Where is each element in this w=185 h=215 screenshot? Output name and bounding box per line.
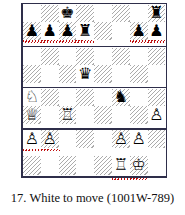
square-h6 <box>148 48 166 66</box>
square-g6 <box>130 48 148 66</box>
piece-white-knight: ♘ <box>25 89 39 105</box>
square-c3: ♖ <box>59 106 77 124</box>
square-d4 <box>76 89 94 107</box>
rank-7: ♟♟♟♜♟♟ <box>23 22 165 40</box>
square-b6 <box>41 48 59 66</box>
square-b2: ♙ <box>41 130 59 148</box>
rank-4: ♘♞ <box>23 89 165 107</box>
square-b4 <box>41 89 59 107</box>
square-c5 <box>59 65 77 83</box>
piece-black-rook: ♜ <box>78 23 92 39</box>
square-d5: ♛ <box>76 65 94 83</box>
piece-white-rook: ♖ <box>60 107 74 123</box>
rank-1: ♖♔ <box>23 156 165 175</box>
piece-black-pawn: ♟ <box>149 23 163 39</box>
square-h4 <box>148 89 166 107</box>
square-g7: ♟ <box>130 22 148 40</box>
square-h7: ♟ <box>148 22 166 40</box>
rank-5: ♛ <box>23 65 165 83</box>
square-d1 <box>76 156 94 175</box>
square-d6 <box>76 48 94 66</box>
square-g2: ♙ <box>130 130 148 148</box>
square-e6 <box>94 48 112 66</box>
piece-white-rook: ♖ <box>114 157 128 173</box>
square-b1 <box>41 156 59 175</box>
board-border-vertical <box>166 3 167 178</box>
square-b7: ♟ <box>41 22 59 40</box>
square-h2 <box>148 130 166 148</box>
piece-black-knight: ♞ <box>114 89 128 105</box>
square-g4 <box>130 89 148 107</box>
square-e3 <box>94 106 112 124</box>
piece-black-pawn: ♟ <box>43 23 57 39</box>
square-c7: ♟ <box>59 22 77 40</box>
square-a4: ♘ <box>23 89 41 107</box>
square-c2 <box>59 130 77 148</box>
piece-black-queen: ♛ <box>78 66 92 82</box>
piece-white-king: ♔ <box>132 157 146 173</box>
square-d2 <box>76 130 94 148</box>
piece-white-pawn: ♙ <box>132 131 146 147</box>
square-a3: ♕ <box>23 106 41 124</box>
square-g5 <box>130 65 148 83</box>
square-e7 <box>94 22 112 40</box>
square-a2: ♙ <box>23 130 41 148</box>
chess-board: ♚♜♟♟♟♜♟♟♛♘♞♕♖♙♙♙♙♙♖♔ <box>0 0 185 190</box>
square-e5 <box>94 65 112 83</box>
piece-white-pawn: ♙ <box>114 131 128 147</box>
rank-2: ♙♙♙♙ <box>23 130 165 148</box>
spellcheck-squiggle <box>23 40 94 43</box>
square-f1: ♖ <box>112 156 130 175</box>
spellcheck-squiggle <box>130 40 166 43</box>
piece-black-pawn: ♟ <box>60 23 74 39</box>
square-c8: ♚ <box>59 5 77 23</box>
square-d3 <box>76 106 94 124</box>
piece-black-king: ♚ <box>60 5 74 21</box>
diagram-caption: 17. White to move (1001W-789) <box>0 191 185 206</box>
rank-8: ♚♜ <box>23 5 165 23</box>
square-f3 <box>112 106 130 124</box>
chess-diagram-page: ♚♜♟♟♟♜♟♟♛♘♞♕♖♙♙♙♙♙♖♔ 17. White to move (… <box>0 0 185 215</box>
square-f5 <box>112 65 130 83</box>
piece-white-pawn: ♙ <box>43 131 57 147</box>
square-e8 <box>94 5 112 23</box>
square-f2: ♙ <box>112 130 130 148</box>
square-h8: ♜ <box>148 5 166 23</box>
square-a6 <box>23 48 41 66</box>
square-f4: ♞ <box>112 89 130 107</box>
spellcheck-squiggle <box>112 178 148 181</box>
square-h3: ♙ <box>148 106 166 124</box>
piece-white-queen: ♕ <box>25 107 39 123</box>
square-a5 <box>23 65 41 83</box>
square-g8 <box>130 5 148 23</box>
square-h5 <box>148 65 166 83</box>
square-c6 <box>59 48 77 66</box>
rank-6 <box>23 48 165 66</box>
square-d7: ♜ <box>76 22 94 40</box>
square-a1 <box>23 156 41 175</box>
piece-black-pawn: ♟ <box>132 23 146 39</box>
square-e4 <box>94 89 112 107</box>
square-h1 <box>148 156 166 175</box>
square-c4 <box>59 89 77 107</box>
square-a8 <box>23 5 41 23</box>
square-c1 <box>59 156 77 175</box>
spellcheck-squiggle <box>23 149 60 152</box>
piece-black-pawn: ♟ <box>25 23 39 39</box>
square-f6 <box>112 48 130 66</box>
piece-white-pawn: ♙ <box>149 107 163 123</box>
rank-3: ♕♖♙ <box>23 106 165 124</box>
square-f7 <box>112 22 130 40</box>
square-f8 <box>112 5 130 23</box>
square-a7: ♟ <box>23 22 41 40</box>
square-e1 <box>94 156 112 175</box>
square-d8 <box>76 5 94 23</box>
square-b5 <box>41 65 59 83</box>
square-b8 <box>41 5 59 23</box>
square-g3 <box>130 106 148 124</box>
piece-white-pawn: ♙ <box>25 131 39 147</box>
square-e2 <box>94 130 112 148</box>
square-g1: ♔ <box>130 156 148 175</box>
piece-black-rook: ♜ <box>149 5 163 21</box>
square-b3 <box>41 106 59 124</box>
